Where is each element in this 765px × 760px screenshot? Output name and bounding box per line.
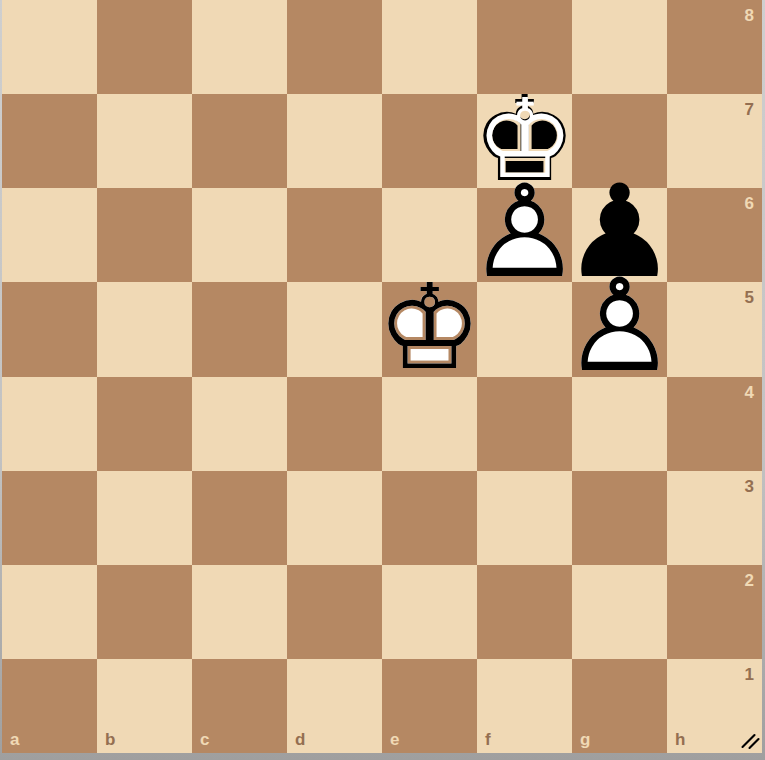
square-e1[interactable]: e [382,659,477,753]
square-e3[interactable] [382,471,477,565]
file-label-b: b [105,731,115,748]
black-pawn[interactable]: ♟ [572,188,667,282]
square-a6[interactable] [2,188,97,282]
square-d5[interactable] [287,282,382,376]
square-d6[interactable] [287,188,382,282]
square-f5[interactable] [477,282,572,376]
square-e5[interactable]: ♚♔ [382,282,477,376]
square-e6[interactable] [382,188,477,282]
square-e4[interactable] [382,377,477,471]
square-a3[interactable] [2,471,97,565]
square-e7[interactable] [382,94,477,188]
resize-grip-icon[interactable] [741,731,760,750]
square-h2[interactable]: 2 [667,565,762,659]
square-h7[interactable]: 7 [667,94,762,188]
white-pawn[interactable]: ♟♙ [572,282,667,376]
square-g8[interactable] [572,0,667,94]
square-b7[interactable] [97,94,192,188]
square-d1[interactable]: d [287,659,382,753]
square-g6[interactable]: ♟ [572,188,667,282]
rank-label-7: 7 [745,101,754,118]
file-label-g: g [580,731,590,748]
white-pawn[interactable]: ♟♙ [477,188,572,282]
square-b1[interactable]: b [97,659,192,753]
board-frame: 8♚♔7♟♙♟6♚♔♟♙5432abcdefg1h [0,0,765,760]
square-c6[interactable] [192,188,287,282]
file-label-d: d [295,731,305,748]
piece-glyph-outline: ♙ [467,169,582,297]
square-a7[interactable] [2,94,97,188]
square-f3[interactable] [477,471,572,565]
square-c1[interactable]: c [192,659,287,753]
file-label-c: c [200,731,209,748]
square-a1[interactable]: a [2,659,97,753]
square-c3[interactable] [192,471,287,565]
square-h8[interactable]: 8 [667,0,762,94]
square-d2[interactable] [287,565,382,659]
square-f6[interactable]: ♟♙ [477,188,572,282]
rank-label-2: 2 [745,572,754,589]
square-a4[interactable] [2,377,97,471]
white-king[interactable]: ♚♔ [382,282,477,376]
piece-glyph: ♚ [472,80,578,198]
square-e2[interactable] [382,565,477,659]
square-d4[interactable] [287,377,382,471]
piece-glyph: ♚ [377,268,483,386]
square-d7[interactable] [287,94,382,188]
rank-label-3: 3 [745,478,754,495]
square-h3[interactable]: 3 [667,471,762,565]
square-e8[interactable] [382,0,477,94]
square-f1[interactable]: f [477,659,572,753]
rank-label-5: 5 [745,289,754,306]
square-b4[interactable] [97,377,192,471]
piece-glyph-outline: ♔ [377,268,483,386]
rank-label-6: 6 [745,195,754,212]
square-f2[interactable] [477,565,572,659]
square-b2[interactable] [97,565,192,659]
square-a5[interactable] [2,282,97,376]
square-f8[interactable] [477,0,572,94]
square-h4[interactable]: 4 [667,377,762,471]
piece-glyph: ♟ [467,169,582,297]
square-d3[interactable] [287,471,382,565]
square-g4[interactable] [572,377,667,471]
rank-label-4: 4 [745,384,754,401]
square-g2[interactable] [572,565,667,659]
file-label-e: e [390,731,399,748]
square-g1[interactable]: g [572,659,667,753]
rank-label-1: 1 [745,666,754,683]
square-h6[interactable]: 6 [667,188,762,282]
square-c4[interactable] [192,377,287,471]
piece-glyph: ♟ [562,169,677,297]
piece-glyph: ♟ [562,263,677,391]
black-king[interactable]: ♚♔ [477,94,572,188]
square-g7[interactable] [572,94,667,188]
file-label-f: f [485,731,491,748]
square-a2[interactable] [2,565,97,659]
square-b5[interactable] [97,282,192,376]
square-f4[interactable] [477,377,572,471]
square-b8[interactable] [97,0,192,94]
square-h5[interactable]: 5 [667,282,762,376]
square-c5[interactable] [192,282,287,376]
square-b6[interactable] [97,188,192,282]
square-c2[interactable] [192,565,287,659]
square-g5[interactable]: ♟♙ [572,282,667,376]
square-c8[interactable] [192,0,287,94]
file-label-a: a [10,731,19,748]
file-label-h: h [675,731,685,748]
square-d8[interactable] [287,0,382,94]
square-b3[interactable] [97,471,192,565]
square-a8[interactable] [2,0,97,94]
piece-glyph-outline: ♙ [562,263,677,391]
chess-board[interactable]: 8♚♔7♟♙♟6♚♔♟♙5432abcdefg1h [2,0,762,753]
square-f7[interactable]: ♚♔ [477,94,572,188]
piece-glyph-outline: ♔ [475,84,573,194]
rank-label-8: 8 [745,7,754,24]
square-c7[interactable] [192,94,287,188]
square-g3[interactable] [572,471,667,565]
